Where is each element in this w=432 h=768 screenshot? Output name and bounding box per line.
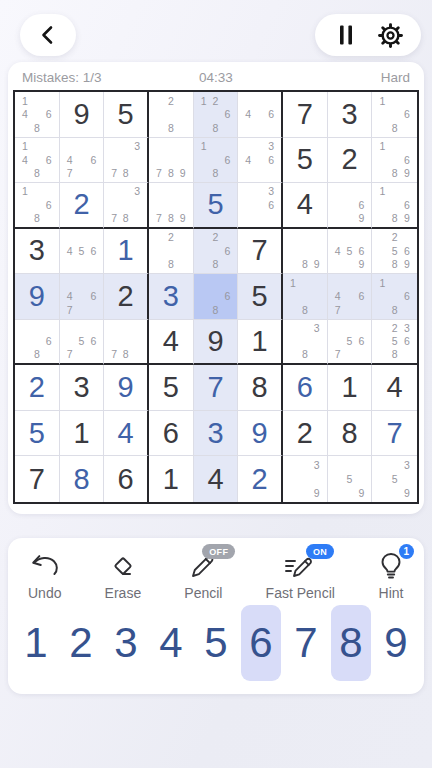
note-8: 8	[34, 123, 40, 134]
note-1: 1	[380, 278, 386, 289]
note-3: 3	[404, 323, 410, 334]
cell-r4c2[interactable]: 456	[60, 229, 105, 275]
note-6: 6	[404, 291, 410, 302]
note-6: 6	[46, 336, 52, 347]
note-6: 6	[46, 109, 52, 120]
note-6: 6	[224, 291, 230, 302]
note-7: 7	[67, 349, 73, 360]
fast-pencil-badge: ON	[306, 544, 334, 559]
numpad-8[interactable]: 8	[331, 605, 371, 681]
settings-button[interactable]	[374, 19, 406, 51]
cell-r2c9[interactable]: 1689	[372, 138, 417, 184]
top-bar	[0, 14, 432, 56]
cell-r7c4[interactable]: 5	[149, 365, 194, 411]
note-6: 6	[268, 155, 274, 166]
numpad-2[interactable]: 2	[61, 605, 101, 681]
cell-r9c3[interactable]: 6	[104, 456, 149, 502]
tools-panel: Undo Erase OF	[8, 538, 424, 694]
note-8: 8	[213, 305, 219, 316]
undo-icon	[29, 550, 61, 582]
note-9: 9	[314, 259, 320, 270]
note-9: 9	[314, 488, 320, 499]
cell-r4c7[interactable]: 89	[283, 229, 328, 275]
note-7: 7	[67, 168, 73, 179]
numpad-9[interactable]: 9	[376, 605, 416, 681]
note-8: 8	[302, 349, 308, 360]
cell-r4c9[interactable]: 25689	[372, 229, 417, 275]
note-6: 6	[90, 246, 96, 257]
note-6: 6	[358, 200, 364, 211]
note-4: 4	[245, 155, 251, 166]
cell-r6c6[interactable]: 1	[238, 320, 283, 366]
note-7: 7	[111, 213, 117, 224]
note-8: 8	[213, 259, 219, 270]
note-8: 8	[168, 168, 174, 179]
cell-r2c5[interactable]: 168	[194, 138, 239, 184]
note-8: 8	[392, 349, 398, 360]
cell-r7c6[interactable]: 8	[238, 365, 283, 411]
cell-r7c3[interactable]: 9	[104, 365, 149, 411]
note-7: 7	[111, 349, 117, 360]
cell-r2c8[interactable]: 2	[328, 138, 373, 184]
note-6: 6	[404, 246, 410, 257]
cell-r3c7[interactable]: 4	[283, 183, 328, 229]
cell-r6c2[interactable]: 567	[60, 320, 105, 366]
cell-r4c3[interactable]: 1	[104, 229, 149, 275]
note-7: 7	[156, 168, 162, 179]
note-5: 5	[347, 336, 353, 347]
note-4: 4	[67, 246, 73, 257]
cell-r5c7[interactable]: 18	[283, 274, 328, 320]
note-8: 8	[34, 168, 40, 179]
note-9: 9	[404, 168, 410, 179]
gear-icon	[377, 22, 404, 49]
cell-r3c4[interactable]: 789	[149, 183, 194, 229]
cell-r1c1[interactable]: 1468	[15, 92, 60, 138]
pencil-button[interactable]: OFF Pencil	[184, 550, 222, 601]
note-9: 9	[358, 488, 364, 499]
hint-count-badge: 1	[399, 544, 414, 559]
note-7: 7	[111, 168, 117, 179]
cell-r3c5[interactable]: 5	[194, 183, 239, 229]
cell-r1c7[interactable]: 7	[283, 92, 328, 138]
cell-r6c8[interactable]: 567	[328, 320, 373, 366]
note-6: 6	[90, 336, 96, 347]
note-3: 3	[268, 186, 274, 197]
note-2: 2	[168, 96, 174, 107]
note-1: 1	[201, 96, 207, 107]
back-button[interactable]	[20, 14, 76, 56]
note-5: 5	[392, 474, 398, 485]
note-5: 5	[347, 246, 353, 257]
note-6: 6	[268, 200, 274, 211]
hint-bulb-icon: 1	[378, 550, 404, 582]
cell-r4c4[interactable]: 28	[149, 229, 194, 275]
cell-r5c9[interactable]: 168	[372, 274, 417, 320]
note-8: 8	[123, 349, 129, 360]
cell-r6c1[interactable]: 68	[15, 320, 60, 366]
note-7: 7	[335, 305, 341, 316]
cell-r9c1[interactable]: 7	[15, 456, 60, 502]
note-6: 6	[224, 246, 230, 257]
note-4: 4	[67, 291, 73, 302]
cell-r2c6[interactable]: 346	[238, 138, 283, 184]
cell-r5c3[interactable]: 2	[104, 274, 149, 320]
cell-r7c8[interactable]: 1	[328, 365, 373, 411]
cell-r6c4[interactable]: 4	[149, 320, 194, 366]
cell-r3c6[interactable]: 36	[238, 183, 283, 229]
note-3: 3	[314, 323, 320, 334]
note-8: 8	[123, 168, 129, 179]
note-4: 4	[22, 155, 28, 166]
note-6: 6	[358, 291, 364, 302]
hint-button[interactable]: 1 Hint	[378, 550, 404, 601]
note-6: 6	[268, 109, 274, 120]
note-5: 5	[347, 474, 353, 485]
numpad-6[interactable]: 6	[241, 605, 281, 681]
note-1: 1	[22, 186, 28, 197]
number-pad: 123456789	[8, 601, 424, 681]
cell-r3c3[interactable]: 378	[104, 183, 149, 229]
undo-label: Undo	[28, 585, 61, 601]
note-1: 1	[380, 141, 386, 152]
erase-label: Erase	[105, 585, 142, 601]
cell-r9c5[interactable]: 4	[194, 456, 239, 502]
cell-r2c1[interactable]: 1468	[15, 138, 60, 184]
note-4: 4	[22, 109, 28, 120]
numpad-1[interactable]: 1	[16, 605, 56, 681]
note-8: 8	[392, 123, 398, 134]
toolbar: Undo Erase OF	[8, 538, 424, 601]
cell-r1c4[interactable]: 28	[149, 92, 194, 138]
cell-r5c4[interactable]: 3	[149, 274, 194, 320]
note-5: 5	[392, 246, 398, 257]
cell-r9c6[interactable]: 2	[238, 456, 283, 502]
numpad-3[interactable]: 3	[106, 605, 146, 681]
note-1: 1	[290, 278, 296, 289]
note-8: 8	[302, 305, 308, 316]
cell-r9c8[interactable]: 59	[328, 456, 373, 502]
sudoku-board: 1468952812684673168146846737878916834652…	[13, 90, 419, 504]
note-6: 6	[358, 246, 364, 257]
cell-r9c9[interactable]: 359	[372, 456, 417, 502]
note-3: 3	[134, 186, 140, 197]
note-9: 9	[358, 213, 364, 224]
note-6: 6	[90, 291, 96, 302]
note-4: 4	[335, 291, 341, 302]
note-6: 6	[224, 155, 230, 166]
cell-r5c8[interactable]: 467	[328, 274, 373, 320]
note-8: 8	[302, 259, 308, 270]
note-6: 6	[90, 155, 96, 166]
cell-r9c4[interactable]: 1	[149, 456, 194, 502]
note-2: 2	[392, 232, 398, 243]
cell-r8c5[interactable]: 3	[194, 411, 239, 457]
cell-r2c7[interactable]: 5	[283, 138, 328, 184]
cell-r8c2[interactable]: 1	[60, 411, 105, 457]
numpad-7[interactable]: 7	[286, 605, 326, 681]
cell-r1c6[interactable]: 46	[238, 92, 283, 138]
note-6: 6	[224, 109, 230, 120]
note-4: 4	[245, 109, 251, 120]
cell-r8c4[interactable]: 6	[149, 411, 194, 457]
note-8: 8	[213, 123, 219, 134]
note-6: 6	[404, 336, 410, 347]
cell-r8c1[interactable]: 5	[15, 411, 60, 457]
note-6: 6	[358, 336, 364, 347]
cell-r4c6[interactable]: 7	[238, 229, 283, 275]
note-7: 7	[67, 305, 73, 316]
note-8: 8	[392, 168, 398, 179]
note-1: 1	[22, 96, 28, 107]
note-6: 6	[46, 200, 52, 211]
numpad-4[interactable]: 4	[151, 605, 191, 681]
cell-r8c8[interactable]: 8	[328, 411, 373, 457]
cell-r6c3[interactable]: 78	[104, 320, 149, 366]
cell-r8c6[interactable]: 9	[238, 411, 283, 457]
note-5: 5	[79, 336, 85, 347]
fast-pencil-label: Fast Pencil	[266, 585, 335, 601]
note-8: 8	[34, 349, 40, 360]
cell-r2c3[interactable]: 378	[104, 138, 149, 184]
cell-r1c9[interactable]: 168	[372, 92, 417, 138]
cell-r2c4[interactable]: 789	[149, 138, 194, 184]
note-9: 9	[404, 488, 410, 499]
cell-r5c6[interactable]: 5	[238, 274, 283, 320]
cell-r8c3[interactable]: 4	[104, 411, 149, 457]
pencil-icon: OFF	[189, 550, 217, 582]
note-4: 4	[67, 155, 73, 166]
difficulty-label: Hard	[381, 70, 410, 85]
back-icon	[38, 25, 58, 45]
cell-r3c8[interactable]: 69	[328, 183, 373, 229]
cell-r9c2[interactable]: 8	[60, 456, 105, 502]
note-9: 9	[358, 259, 364, 270]
cell-r8c7[interactable]: 2	[283, 411, 328, 457]
note-1: 1	[380, 96, 386, 107]
note-8: 8	[168, 259, 174, 270]
numpad-5[interactable]: 5	[196, 605, 236, 681]
note-6: 6	[404, 109, 410, 120]
cell-r4c5[interactable]: 268	[194, 229, 239, 275]
note-9: 9	[180, 213, 186, 224]
note-9: 9	[404, 213, 410, 224]
cell-r6c9[interactable]: 23568	[372, 320, 417, 366]
cell-r8c9[interactable]: 7	[372, 411, 417, 457]
cell-r7c5[interactable]: 7	[194, 365, 239, 411]
note-8: 8	[168, 123, 174, 134]
cell-r7c7[interactable]: 6	[283, 365, 328, 411]
note-5: 5	[392, 336, 398, 347]
note-7: 7	[156, 213, 162, 224]
note-5: 5	[79, 246, 85, 257]
cell-r1c8[interactable]: 3	[328, 92, 373, 138]
pencil-badge: OFF	[202, 544, 235, 559]
note-2: 2	[168, 232, 174, 243]
cell-r5c1[interactable]: 9	[15, 274, 60, 320]
cell-r7c1[interactable]: 2	[15, 365, 60, 411]
board-panel: Mistakes: 1/3 04:33 Hard 146895281268467…	[8, 62, 424, 514]
note-6: 6	[404, 200, 410, 211]
note-3: 3	[314, 460, 320, 471]
cell-r7c2[interactable]: 3	[60, 365, 105, 411]
mistakes-label: Mistakes: 1/3	[22, 70, 102, 85]
note-2: 2	[213, 232, 219, 243]
note-8: 8	[168, 213, 174, 224]
note-2: 2	[213, 96, 219, 107]
note-2: 2	[392, 323, 398, 334]
undo-button[interactable]: Undo	[28, 550, 61, 601]
cell-r3c9[interactable]: 1689	[372, 183, 417, 229]
note-1: 1	[380, 186, 386, 197]
note-8: 8	[392, 305, 398, 316]
note-9: 9	[404, 259, 410, 270]
topbar-actions	[315, 14, 421, 56]
eraser-icon	[108, 550, 138, 582]
note-3: 3	[404, 460, 410, 471]
cell-r6c5[interactable]: 9	[194, 320, 239, 366]
cell-r1c2[interactable]: 9	[60, 92, 105, 138]
cell-r9c7[interactable]: 39	[283, 456, 328, 502]
cell-r1c5[interactable]: 1268	[194, 92, 239, 138]
note-6: 6	[404, 155, 410, 166]
cell-r5c5[interactable]: 68	[194, 274, 239, 320]
note-1: 1	[201, 141, 207, 152]
note-4: 4	[335, 246, 341, 257]
cell-r2c2[interactable]: 467	[60, 138, 105, 184]
note-8: 8	[34, 213, 40, 224]
status-bar: Mistakes: 1/3 04:33 Hard	[8, 62, 424, 90]
pause-icon	[336, 24, 356, 46]
note-8: 8	[392, 259, 398, 270]
cell-r6c7[interactable]: 38	[283, 320, 328, 366]
fast-pencil-icon: ON	[284, 550, 316, 582]
note-7: 7	[335, 349, 341, 360]
cell-r5c2[interactable]: 467	[60, 274, 105, 320]
pause-button[interactable]	[330, 19, 362, 51]
pencil-label: Pencil	[184, 585, 222, 601]
cell-r4c8[interactable]: 4569	[328, 229, 373, 275]
note-9: 9	[180, 168, 186, 179]
note-8: 8	[392, 213, 398, 224]
note-8: 8	[123, 213, 129, 224]
note-1: 1	[22, 141, 28, 152]
note-3: 3	[268, 141, 274, 152]
cell-r4c1[interactable]: 3	[15, 229, 60, 275]
cell-r1c3[interactable]: 5	[104, 92, 149, 138]
erase-button[interactable]: Erase	[105, 550, 142, 601]
note-6: 6	[46, 155, 52, 166]
note-3: 3	[134, 141, 140, 152]
fast-pencil-button[interactable]: ON Fast Pencil	[266, 550, 335, 601]
cell-r3c1[interactable]: 168	[15, 183, 60, 229]
note-8: 8	[213, 168, 219, 179]
hint-label: Hint	[379, 585, 404, 601]
cell-r7c9[interactable]: 4	[372, 365, 417, 411]
cell-r3c2[interactable]: 2	[60, 183, 105, 229]
